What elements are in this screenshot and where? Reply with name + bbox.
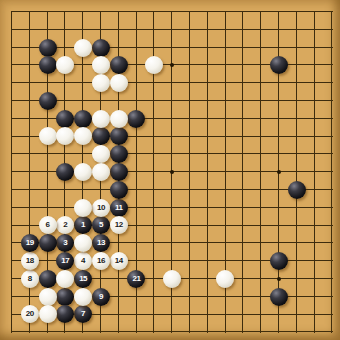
- move-number: 20: [26, 310, 34, 318]
- stone-white: [74, 199, 92, 217]
- move-3-stone-black: 3: [56, 234, 74, 252]
- stone-black: [270, 252, 288, 270]
- stone-white: [92, 74, 110, 92]
- stone-black: [110, 145, 128, 163]
- move-number: 9: [99, 293, 103, 301]
- stone-black: [56, 305, 74, 323]
- move-6-stone-white: 6: [39, 216, 57, 234]
- move-14-stone-white: 14: [110, 252, 128, 270]
- move-number: 14: [115, 257, 123, 265]
- move-number: 5: [99, 221, 103, 229]
- stone-white: [56, 270, 74, 288]
- move-number: 15: [79, 275, 87, 283]
- move-number: 8: [28, 275, 32, 283]
- stone-white: [92, 145, 110, 163]
- stone-black: [270, 288, 288, 306]
- stone-white: [110, 110, 128, 128]
- stone-black: [288, 181, 306, 199]
- move-8-stone-white: 8: [21, 270, 39, 288]
- stone-white: [145, 56, 163, 74]
- move-number: 1: [81, 221, 85, 229]
- stone-black: [56, 163, 74, 181]
- move-number: 18: [26, 257, 34, 265]
- move-16-stone-white: 16: [92, 252, 110, 270]
- move-19-stone-black: 19: [21, 234, 39, 252]
- stone-white: [56, 127, 74, 145]
- stone-black: [110, 56, 128, 74]
- stone-black: [92, 39, 110, 57]
- move-number: 13: [97, 239, 105, 247]
- move-10-stone-white: 10: [92, 199, 110, 217]
- stone-black: [56, 110, 74, 128]
- move-11-stone-black: 11: [110, 199, 128, 217]
- stone-black: [39, 92, 57, 110]
- stone-white: [92, 110, 110, 128]
- stone-black: [110, 181, 128, 199]
- move-number: 12: [115, 221, 123, 229]
- stone-white: [216, 270, 234, 288]
- move-1-stone-black: 1: [74, 216, 92, 234]
- stone-black: [39, 234, 57, 252]
- go-board[interactable]: 123456789101112131415161718192021: [0, 0, 340, 340]
- stone-white: [92, 163, 110, 181]
- move-20-stone-white: 20: [21, 305, 39, 323]
- stone-white: [39, 288, 57, 306]
- move-number: 16: [97, 257, 105, 265]
- stone-white: [110, 74, 128, 92]
- stone-black: [39, 270, 57, 288]
- stone-black: [56, 288, 74, 306]
- move-number: 2: [63, 221, 67, 229]
- move-7-stone-black: 7: [74, 305, 92, 323]
- stone-white: [39, 127, 57, 145]
- move-9-stone-black: 9: [92, 288, 110, 306]
- move-number: 17: [61, 257, 69, 265]
- stone-black: [110, 127, 128, 145]
- stone-black: [127, 110, 145, 128]
- move-number: 19: [26, 239, 34, 247]
- stone-white: [74, 163, 92, 181]
- stone-white: [92, 56, 110, 74]
- move-21-stone-black: 21: [127, 270, 145, 288]
- stone-white: [56, 56, 74, 74]
- move-5-stone-black: 5: [92, 216, 110, 234]
- stone-white: [74, 234, 92, 252]
- move-2-stone-white: 2: [56, 216, 74, 234]
- stone-white: [74, 39, 92, 57]
- move-number: 4: [81, 257, 85, 265]
- stone-black: [110, 163, 128, 181]
- move-12-stone-white: 12: [110, 216, 128, 234]
- move-number: 3: [63, 239, 67, 247]
- stone-white: [39, 305, 57, 323]
- move-15-stone-black: 15: [74, 270, 92, 288]
- stone-white: [74, 288, 92, 306]
- stone-white: [74, 127, 92, 145]
- move-17-stone-black: 17: [56, 252, 74, 270]
- stone-white: [163, 270, 181, 288]
- move-13-stone-black: 13: [92, 234, 110, 252]
- go-game-screen: 123456789101112131415161718192021: [0, 0, 340, 340]
- stone-black: [74, 110, 92, 128]
- move-number: 10: [97, 204, 105, 212]
- stone-black: [92, 127, 110, 145]
- stone-black: [270, 56, 288, 74]
- stones-layer: 123456789101112131415161718192021: [3, 3, 340, 340]
- move-number: 7: [81, 310, 85, 318]
- stone-black: [39, 39, 57, 57]
- move-number: 21: [133, 275, 141, 283]
- move-18-stone-white: 18: [21, 252, 39, 270]
- stone-black: [39, 56, 57, 74]
- move-4-stone-white: 4: [74, 252, 92, 270]
- move-number: 6: [46, 221, 50, 229]
- move-number: 11: [115, 204, 122, 212]
